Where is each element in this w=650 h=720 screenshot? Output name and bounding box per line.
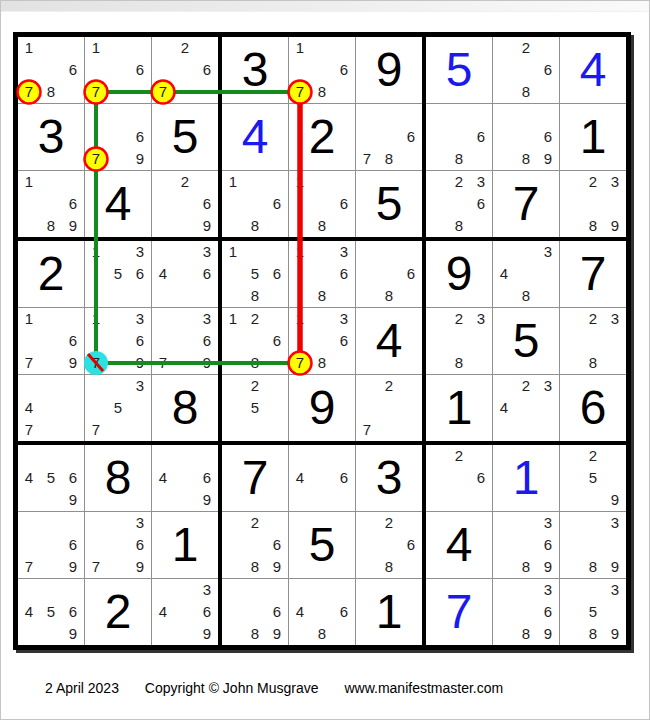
solver-digit: 7: [426, 579, 492, 645]
cell-r4c2[interactable]: 1356: [85, 241, 151, 307]
pencil-mark: 3: [196, 579, 218, 601]
pencil-mark: 6: [266, 601, 288, 623]
cell-r2c8[interactable]: 689: [493, 104, 559, 170]
box-7: 4569846967936791456923469: [16, 443, 220, 647]
pencil-mark: 6: [196, 467, 218, 489]
pencil-mark: 6: [266, 263, 288, 285]
cell-r3c2[interactable]: 4: [85, 171, 151, 237]
pencil-mark: 8: [582, 556, 604, 578]
given-digit: 8: [152, 375, 218, 441]
pencil-mark: 9: [604, 623, 626, 645]
given-digit: 2: [18, 241, 84, 307]
pencil-mark: 7: [289, 81, 311, 103]
pencil-mark: 1: [18, 308, 40, 330]
pencil-mark: 7: [356, 148, 378, 170]
cell-r4c1[interactable]: 2: [18, 241, 84, 307]
cell-r1c9[interactable]: 4: [560, 37, 626, 103]
cell-r1c3[interactable]: 267: [152, 37, 218, 103]
sudoku-diagram-page: 1678167267367951689426931678942678168168…: [0, 0, 650, 720]
cell-r7c6[interactable]: 3: [356, 445, 422, 511]
pencil-mark: 8: [448, 148, 470, 170]
pencil-mark: 8: [582, 215, 604, 237]
cell-r9c8[interactable]: 3689: [493, 579, 559, 645]
pencil-mark: 6: [129, 534, 151, 556]
pencil-mark: 2: [448, 171, 470, 193]
pencil-mark: 1: [85, 308, 107, 330]
pencil-mark: 6: [266, 193, 288, 215]
pencil-mark: 1: [85, 37, 107, 59]
pencil-mark: 1: [222, 241, 244, 263]
pencil-mark: 5: [107, 397, 129, 419]
pencil-mark: 7: [85, 81, 107, 103]
pencil-mark: 6: [470, 193, 492, 215]
pencil-mark: 6: [333, 193, 355, 215]
pencil-mark: 8: [448, 352, 470, 374]
cell-r4c8[interactable]: 348: [493, 241, 559, 307]
cell-r1c5[interactable]: 1678: [289, 37, 355, 103]
pencil-mark: 8: [40, 81, 62, 103]
given-digit: 9: [356, 37, 422, 103]
pencil-mark: 2: [448, 308, 470, 330]
pencil-mark: 4: [289, 601, 311, 623]
pencil-mark: 5: [244, 397, 266, 419]
pencil-mark: 7: [85, 148, 107, 170]
pencil-mark: 3: [333, 308, 355, 330]
pencil-mark: 9: [129, 556, 151, 578]
given-digit: 5: [493, 308, 559, 374]
pencil-mark: 9: [604, 489, 626, 511]
given-digit: 9: [289, 375, 355, 441]
pencil-mark: 6: [537, 59, 559, 81]
pencil-mark: 8: [378, 148, 400, 170]
pencil-mark: 6: [333, 59, 355, 81]
cell-r3c7[interactable]: 2368: [426, 171, 492, 237]
pencil-mark: 9: [62, 623, 84, 645]
pencil-mark: 5: [582, 467, 604, 489]
pencil-mark: 8: [515, 556, 537, 578]
cell-r5c1[interactable]: 1679: [18, 308, 84, 374]
pencil-mark: 8: [448, 215, 470, 237]
pencil-mark: 4: [289, 467, 311, 489]
given-digit: 1: [560, 104, 626, 170]
pencil-mark: 2: [515, 375, 537, 397]
given-digit: 1: [356, 579, 422, 645]
pencil-mark: 7: [18, 81, 40, 103]
pencil-mark: 1: [18, 37, 40, 59]
cell-r6c8[interactable]: 234: [493, 375, 559, 441]
pencil-mark: 8: [311, 215, 333, 237]
cell-r5c4[interactable]: 1268: [222, 308, 288, 374]
box-1: 16781672673679516894269: [16, 35, 220, 239]
given-digit: 1: [426, 375, 492, 441]
cell-r3c6[interactable]: 5: [356, 171, 422, 237]
cell-r8c5[interactable]: 5: [289, 512, 355, 578]
pencil-mark: 6: [196, 601, 218, 623]
pencil-mark: 6: [196, 59, 218, 81]
given-digit: 7: [222, 445, 288, 511]
pencil-mark: 9: [62, 489, 84, 511]
cell-r7c2[interactable]: 8: [85, 445, 151, 511]
cell-r8c3[interactable]: 1: [152, 512, 218, 578]
pencil-mark: 4: [493, 263, 515, 285]
given-digit: 7: [493, 171, 559, 237]
solver-digit: 5: [426, 37, 492, 103]
pencil-mark: 6: [129, 330, 151, 352]
pencil-mark: 3: [129, 375, 151, 397]
cell-r8c9[interactable]: 389: [560, 512, 626, 578]
cell-r9c7[interactable]: 7: [426, 579, 492, 645]
pencil-mark: 9: [62, 215, 84, 237]
pencil-mark: 3: [537, 375, 559, 397]
cell-r1c6[interactable]: 9: [356, 37, 422, 103]
solver-digit: 1: [493, 445, 559, 511]
pencil-mark: 6: [196, 330, 218, 352]
pencil-mark: 6: [266, 330, 288, 352]
pencil-mark: 6: [62, 534, 84, 556]
pencil-mark: 7: [85, 419, 107, 441]
cell-r8c4[interactable]: 2689: [222, 512, 288, 578]
pencil-mark: 7: [289, 352, 311, 374]
cell-r8c1[interactable]: 679: [18, 512, 84, 578]
pencil-mark: 7: [356, 419, 378, 441]
given-digit: 4: [356, 308, 422, 374]
pencil-mark: 4: [18, 601, 40, 623]
pencil-mark: 7: [85, 352, 107, 374]
pencil-mark: 6: [400, 263, 422, 285]
pencil-mark: 8: [311, 81, 333, 103]
cell-r8c8[interactable]: 3689: [493, 512, 559, 578]
pencil-mark: 4: [152, 467, 174, 489]
pencil-mark: 6: [537, 601, 559, 623]
pencil-mark: 9: [196, 623, 218, 645]
pencil-mark: 9: [537, 623, 559, 645]
cell-r4c6[interactable]: 68: [356, 241, 422, 307]
solver-digit: 4: [560, 37, 626, 103]
pencil-mark: 9: [604, 215, 626, 237]
cell-r7c8[interactable]: 1: [493, 445, 559, 511]
pencil-mark: 1: [289, 308, 311, 330]
given-digit: 5: [356, 171, 422, 237]
pencil-mark: 1: [85, 241, 107, 263]
pencil-mark: 8: [244, 556, 266, 578]
cell-r2c9[interactable]: 1: [560, 104, 626, 170]
cell-r3c3[interactable]: 269: [152, 171, 218, 237]
pencil-mark: 6: [333, 601, 355, 623]
pencil-mark: 1: [18, 171, 40, 193]
pencil-mark: 4: [152, 263, 174, 285]
pencil-mark: 6: [400, 534, 422, 556]
cell-r2c6[interactable]: 678: [356, 104, 422, 170]
cell-r5c9[interactable]: 238: [560, 308, 626, 374]
footer: 2 April 2023 Copyright © John Musgrave w…: [45, 680, 503, 696]
pencil-mark: 8: [311, 623, 333, 645]
pencil-mark: 6: [62, 59, 84, 81]
pencil-mark: 9: [196, 352, 218, 374]
pencil-mark: 8: [311, 352, 333, 374]
pencil-mark: 2: [448, 445, 470, 467]
pencil-mark: 8: [244, 623, 266, 645]
cell-r5c3[interactable]: 3679: [152, 308, 218, 374]
cell-r6c9[interactable]: 6: [560, 375, 626, 441]
given-digit: 2: [85, 579, 151, 645]
pencil-mark: 1: [289, 241, 311, 263]
cell-r7c7[interactable]: 26: [426, 445, 492, 511]
cell-r1c2[interactable]: 167: [85, 37, 151, 103]
pencil-mark: 8: [515, 285, 537, 307]
pencil-mark: 1: [222, 308, 244, 330]
cell-r9c6[interactable]: 1: [356, 579, 422, 645]
pencil-mark: 2: [378, 375, 400, 397]
pencil-mark: 7: [18, 419, 40, 441]
cell-r1c4[interactable]: 3: [222, 37, 288, 103]
cell-r7c5[interactable]: 46: [289, 445, 355, 511]
pencil-mark: 6: [129, 126, 151, 148]
pencil-mark: 3: [537, 579, 559, 601]
cell-r1c7[interactable]: 5: [426, 37, 492, 103]
pencil-mark: 7: [152, 81, 174, 103]
pencil-mark: 3: [129, 308, 151, 330]
pencil-mark: 2: [244, 308, 266, 330]
box-5: 1568136868126813678425927: [220, 239, 424, 443]
pencil-mark: 2: [582, 308, 604, 330]
pencil-mark: 5: [582, 601, 604, 623]
cell-r2c2[interactable]: 679: [85, 104, 151, 170]
pencil-mark: 8: [515, 623, 537, 645]
pencil-mark: 3: [129, 241, 151, 263]
given-digit: 2: [289, 104, 355, 170]
pencil-mark: 7: [18, 352, 40, 374]
given-digit: 3: [222, 37, 288, 103]
cell-r9c1[interactable]: 4569: [18, 579, 84, 645]
pencil-mark: 2: [582, 171, 604, 193]
pencil-mark: 2: [378, 512, 400, 534]
cell-r4c9[interactable]: 7: [560, 241, 626, 307]
pencil-mark: 9: [266, 623, 288, 645]
pencil-mark: 3: [196, 308, 218, 330]
pencil-mark: 8: [40, 215, 62, 237]
pencil-mark: 1: [222, 171, 244, 193]
pencil-mark: 1: [289, 37, 311, 59]
pencil-mark: 2: [244, 375, 266, 397]
cell-r6c5[interactable]: 9: [289, 375, 355, 441]
pencil-mark: 3: [604, 308, 626, 330]
cell-r6c1[interactable]: 47: [18, 375, 84, 441]
pencil-mark: 6: [470, 467, 492, 489]
cell-r5c6[interactable]: 4: [356, 308, 422, 374]
pencil-mark: 3: [470, 171, 492, 193]
given-digit: 4: [85, 171, 151, 237]
pencil-mark: 9: [62, 352, 84, 374]
box-6: 93487238523812346: [424, 239, 628, 443]
footer-website: www.manifestmaster.com: [344, 680, 503, 696]
pencil-mark: 3: [196, 241, 218, 263]
pencil-mark: 6: [333, 467, 355, 489]
pencil-mark: 9: [129, 352, 151, 374]
cell-r2c7[interactable]: 68: [426, 104, 492, 170]
box-4: 213563461679136793679473578: [16, 239, 220, 443]
footer-copyright: Copyright © John Musgrave: [145, 680, 319, 696]
pencil-mark: 6: [333, 330, 355, 352]
given-digit: 7: [560, 241, 626, 307]
cell-r8c7[interactable]: 4: [426, 512, 492, 578]
pencil-mark: 5: [40, 467, 62, 489]
pencil-mark: 8: [244, 285, 266, 307]
pencil-mark: 8: [515, 81, 537, 103]
pencil-mark: 3: [604, 579, 626, 601]
pencil-mark: 3: [129, 512, 151, 534]
pencil-mark: 2: [582, 445, 604, 467]
cell-r7c3[interactable]: 469: [152, 445, 218, 511]
pencil-mark: 5: [107, 263, 129, 285]
pencil-mark: 9: [537, 148, 559, 170]
cell-r1c8[interactable]: 268: [493, 37, 559, 103]
pencil-mark: 9: [196, 215, 218, 237]
cell-r6c4[interactable]: 25: [222, 375, 288, 441]
pencil-mark: 2: [515, 37, 537, 59]
pencil-mark: 7: [85, 556, 107, 578]
cell-r8c6[interactable]: 268: [356, 512, 422, 578]
cell-r9c4[interactable]: 689: [222, 579, 288, 645]
pencil-mark: 8: [515, 148, 537, 170]
given-digit: 8: [85, 445, 151, 511]
pencil-mark: 4: [18, 467, 40, 489]
cell-r5c7[interactable]: 238: [426, 308, 492, 374]
given-digit: 3: [18, 104, 84, 170]
cell-r3c5[interactable]: 168: [289, 171, 355, 237]
sudoku-board: 1678167267367951689426931678942678168168…: [13, 32, 631, 650]
pencil-mark: 6: [129, 59, 151, 81]
given-digit: 5: [289, 512, 355, 578]
pencil-mark: 3: [537, 241, 559, 263]
pencil-mark: 2: [174, 171, 196, 193]
pencil-mark: 9: [129, 148, 151, 170]
pencil-mark: 6: [196, 263, 218, 285]
cell-r3c4[interactable]: 168: [222, 171, 288, 237]
cell-r6c2[interactable]: 357: [85, 375, 151, 441]
pencil-mark: 6: [62, 467, 84, 489]
cell-r4c7[interactable]: 9: [426, 241, 492, 307]
cell-r7c1[interactable]: 4569: [18, 445, 84, 511]
pencil-mark: 3: [604, 171, 626, 193]
pencil-mark: 3: [537, 512, 559, 534]
cell-r2c1[interactable]: 3: [18, 104, 84, 170]
pencil-mark: 8: [582, 623, 604, 645]
pencil-mark: 4: [18, 397, 40, 419]
pencil-mark: 6: [470, 126, 492, 148]
cell-r2c3[interactable]: 5: [152, 104, 218, 170]
pencil-mark: 3: [470, 308, 492, 330]
box-9: 26125943689389736893589: [424, 443, 628, 647]
pencil-mark: 4: [493, 397, 515, 419]
given-digit: 3: [356, 445, 422, 511]
pencil-mark: 9: [604, 556, 626, 578]
box-2: 316789426781681685: [220, 35, 424, 239]
pencil-mark: 6: [537, 126, 559, 148]
cell-r6c6[interactable]: 27: [356, 375, 422, 441]
cell-r9c3[interactable]: 3469: [152, 579, 218, 645]
pencil-mark: 4: [152, 601, 174, 623]
pencil-mark: 5: [244, 263, 266, 285]
cell-r7c4[interactable]: 7: [222, 445, 288, 511]
cell-r9c5[interactable]: 468: [289, 579, 355, 645]
footer-date: 2 April 2023: [45, 680, 119, 696]
cell-r3c9[interactable]: 2389: [560, 171, 626, 237]
cell-r9c2[interactable]: 2: [85, 579, 151, 645]
cell-r4c3[interactable]: 346: [152, 241, 218, 307]
pencil-mark: 6: [400, 126, 422, 148]
pencil-mark: 7: [18, 556, 40, 578]
window-titlebar: [1, 1, 649, 12]
cell-r3c8[interactable]: 7: [493, 171, 559, 237]
box-8: 7463268952686894681: [220, 443, 424, 647]
given-digit: 1: [152, 512, 218, 578]
cell-r3c1[interactable]: 1689: [18, 171, 84, 237]
pencil-mark: 9: [62, 556, 84, 578]
pencil-mark: 5: [40, 601, 62, 623]
pencil-mark: 6: [62, 601, 84, 623]
cell-r7c9[interactable]: 259: [560, 445, 626, 511]
cell-r6c7[interactable]: 1: [426, 375, 492, 441]
pencil-mark: 3: [333, 241, 355, 263]
cell-r2c4[interactable]: 4: [222, 104, 288, 170]
cell-r5c8[interactable]: 5: [493, 308, 559, 374]
given-digit: 9: [426, 241, 492, 307]
given-digit: 4: [426, 512, 492, 578]
box-3: 52684686891236872389: [424, 35, 628, 239]
cell-r4c4[interactable]: 1568: [222, 241, 288, 307]
pencil-mark: 8: [244, 215, 266, 237]
cell-r6c3[interactable]: 8: [152, 375, 218, 441]
pencil-mark: 8: [582, 352, 604, 374]
solver-digit: 4: [222, 104, 288, 170]
pencil-mark: 3: [604, 512, 626, 534]
pencil-mark: 9: [537, 556, 559, 578]
given-digit: 6: [560, 375, 626, 441]
pencil-mark: 8: [378, 556, 400, 578]
board-wrapper: 1678167267367951689426931678942678168168…: [13, 32, 631, 650]
cell-r5c5[interactable]: 13678: [289, 308, 355, 374]
pencil-mark: 8: [244, 352, 266, 374]
pencil-mark: 6: [196, 193, 218, 215]
pencil-mark: 7: [152, 352, 174, 374]
pencil-mark: 6: [333, 263, 355, 285]
pencil-mark: 6: [266, 534, 288, 556]
pencil-mark: 8: [311, 285, 333, 307]
pencil-mark: 1: [289, 171, 311, 193]
given-digit: 5: [152, 104, 218, 170]
pencil-mark: 2: [174, 37, 196, 59]
pencil-mark: 6: [62, 193, 84, 215]
cell-r1c1[interactable]: 1678: [18, 37, 84, 103]
pencil-mark: 9: [196, 489, 218, 511]
pencil-mark: 9: [266, 556, 288, 578]
pencil-mark: 6: [62, 330, 84, 352]
pencil-mark: 6: [129, 263, 151, 285]
pencil-mark: 2: [244, 512, 266, 534]
pencil-mark: 8: [378, 285, 400, 307]
cell-r8c2[interactable]: 3679: [85, 512, 151, 578]
cell-r5c2[interactable]: 13679: [85, 308, 151, 374]
pencil-mark: 6: [537, 534, 559, 556]
cell-r2c5[interactable]: 2: [289, 104, 355, 170]
cell-r4c5[interactable]: 1368: [289, 241, 355, 307]
cell-r9c9[interactable]: 3589: [560, 579, 626, 645]
